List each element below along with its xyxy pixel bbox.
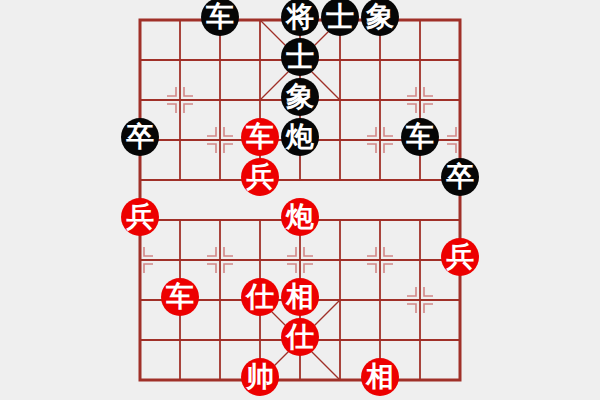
pieces-layer: 车将士象士象卒炮车卒车兵兵炮兵车仕相仕帅相 <box>0 0 600 400</box>
black-cannon[interactable]: 炮 <box>281 118 319 156</box>
red-soldier[interactable]: 兵 <box>441 238 479 276</box>
black-chariot[interactable]: 车 <box>201 0 239 36</box>
black-soldier[interactable]: 卒 <box>441 158 479 196</box>
red-advisor[interactable]: 仕 <box>241 278 279 316</box>
red-soldier[interactable]: 兵 <box>241 158 279 196</box>
red-general[interactable]: 帅 <box>241 358 279 396</box>
black-chariot[interactable]: 车 <box>401 118 439 156</box>
red-cannon[interactable]: 炮 <box>281 198 319 236</box>
black-soldier[interactable]: 卒 <box>121 118 159 156</box>
black-elephant[interactable]: 象 <box>361 0 399 36</box>
red-soldier[interactable]: 兵 <box>121 198 159 236</box>
red-elephant[interactable]: 相 <box>281 278 319 316</box>
xiangqi-app: 车将士象士象卒炮车卒车兵兵炮兵车仕相仕帅相 <box>0 0 600 400</box>
black-advisor[interactable]: 士 <box>281 38 319 76</box>
red-advisor[interactable]: 仕 <box>281 318 319 356</box>
black-elephant[interactable]: 象 <box>281 78 319 116</box>
black-advisor[interactable]: 士 <box>321 0 359 36</box>
red-chariot[interactable]: 车 <box>241 118 279 156</box>
red-elephant[interactable]: 相 <box>361 358 399 396</box>
black-general[interactable]: 将 <box>281 0 319 36</box>
red-chariot[interactable]: 车 <box>161 278 199 316</box>
